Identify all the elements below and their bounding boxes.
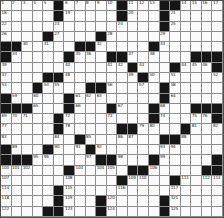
grid-cell[interactable]: 104 xyxy=(96,166,107,176)
grid-cell[interactable] xyxy=(128,104,139,114)
grid-cell[interactable] xyxy=(22,52,33,62)
grid-cell[interactable] xyxy=(22,124,33,134)
grid-cell[interactable]: 53 xyxy=(1,83,12,93)
grid-cell[interactable] xyxy=(96,124,107,134)
grid-cell[interactable]: 116 xyxy=(117,186,128,196)
grid-cell[interactable] xyxy=(86,63,97,73)
grid-cell[interactable]: 30 xyxy=(22,42,33,52)
grid-cell[interactable] xyxy=(43,22,54,32)
grid-cell[interactable] xyxy=(12,207,23,217)
grid-cell[interactable] xyxy=(128,32,139,42)
grid-cell[interactable] xyxy=(149,83,160,93)
grid-cell[interactable] xyxy=(64,32,75,42)
grid-cell[interactable] xyxy=(75,73,86,83)
grid-cell[interactable] xyxy=(181,42,192,52)
grid-cell[interactable]: 66 xyxy=(75,104,86,114)
grid-cell[interactable]: 17 xyxy=(212,1,223,11)
grid-cell[interactable] xyxy=(149,22,160,32)
grid-cell[interactable] xyxy=(33,145,44,155)
grid-cell[interactable] xyxy=(107,145,118,155)
grid-cell[interactable]: 19 xyxy=(64,11,75,21)
grid-cell[interactable] xyxy=(96,63,107,73)
grid-cell[interactable] xyxy=(160,124,171,134)
grid-cell[interactable] xyxy=(22,135,33,145)
grid-cell[interactable] xyxy=(181,207,192,217)
grid-cell[interactable] xyxy=(22,176,33,186)
grid-cell[interactable] xyxy=(138,155,149,165)
grid-cell[interactable]: 18 xyxy=(1,11,12,21)
grid-cell[interactable]: 2 xyxy=(12,1,23,11)
grid-cell[interactable] xyxy=(43,186,54,196)
grid-cell[interactable] xyxy=(107,186,118,196)
grid-cell[interactable]: 72 xyxy=(64,114,75,124)
grid-cell[interactable] xyxy=(107,135,118,145)
grid-cell[interactable]: 52 xyxy=(212,73,223,83)
grid-cell[interactable] xyxy=(128,83,139,93)
grid-cell[interactable] xyxy=(149,145,160,155)
grid-cell[interactable] xyxy=(117,83,128,93)
grid-cell[interactable] xyxy=(202,135,213,145)
grid-cell[interactable] xyxy=(12,135,23,145)
grid-cell[interactable]: 93 xyxy=(160,145,171,155)
grid-cell[interactable]: 94 xyxy=(170,145,181,155)
grid-cell[interactable]: 123 xyxy=(64,207,75,217)
grid-cell[interactable]: 26 xyxy=(1,32,12,42)
grid-cell[interactable] xyxy=(181,22,192,32)
grid-cell[interactable]: 46 xyxy=(202,63,213,73)
grid-cell[interactable] xyxy=(202,124,213,134)
grid-cell[interactable]: 40 xyxy=(64,63,75,73)
grid-cell[interactable] xyxy=(107,176,118,186)
grid-cell[interactable]: 20 xyxy=(128,11,139,21)
grid-cell[interactable] xyxy=(128,145,139,155)
grid-cell[interactable] xyxy=(33,73,44,83)
grid-cell[interactable] xyxy=(86,104,97,114)
grid-cell[interactable] xyxy=(54,63,65,73)
grid-cell[interactable]: 54 xyxy=(43,83,54,93)
grid-cell[interactable] xyxy=(33,207,44,217)
grid-cell[interactable]: 10 xyxy=(107,1,118,11)
grid-cell[interactable] xyxy=(22,63,33,73)
grid-cell[interactable] xyxy=(96,176,107,186)
grid-cell[interactable]: 122 xyxy=(1,207,12,217)
grid-cell[interactable] xyxy=(212,145,223,155)
grid-cell[interactable] xyxy=(96,73,107,83)
grid-cell[interactable] xyxy=(181,114,192,124)
grid-cell[interactable] xyxy=(202,145,213,155)
grid-cell[interactable] xyxy=(191,32,202,42)
grid-cell[interactable]: 27 xyxy=(54,32,65,42)
grid-cell[interactable]: 43 xyxy=(138,63,149,73)
grid-cell[interactable] xyxy=(86,196,97,206)
grid-cell[interactable] xyxy=(33,22,44,32)
grid-cell[interactable]: 82 xyxy=(212,124,223,134)
grid-cell[interactable] xyxy=(212,83,223,93)
grid-cell[interactable] xyxy=(181,155,192,165)
grid-cell[interactable] xyxy=(22,22,33,32)
grid-cell[interactable] xyxy=(202,94,213,104)
grid-cell[interactable] xyxy=(138,94,149,104)
grid-cell[interactable] xyxy=(64,145,75,155)
grid-cell[interactable]: 115 xyxy=(64,186,75,196)
grid-cell[interactable]: 5 xyxy=(43,1,54,11)
grid-cell[interactable] xyxy=(160,52,171,62)
grid-cell[interactable] xyxy=(191,73,202,83)
grid-cell[interactable] xyxy=(170,104,181,114)
grid-cell[interactable]: 100 xyxy=(1,166,12,176)
grid-cell[interactable]: 96 xyxy=(43,155,54,165)
grid-cell[interactable] xyxy=(54,104,65,114)
grid-cell[interactable] xyxy=(107,94,118,104)
grid-cell[interactable]: 86 xyxy=(117,135,128,145)
grid-cell[interactable] xyxy=(22,73,33,83)
grid-cell[interactable]: 89 xyxy=(12,145,23,155)
grid-cell[interactable]: 80 xyxy=(149,124,160,134)
grid-cell[interactable] xyxy=(117,145,128,155)
grid-cell[interactable] xyxy=(202,83,213,93)
grid-cell[interactable]: 106 xyxy=(149,166,160,176)
grid-cell[interactable] xyxy=(181,196,192,206)
grid-cell[interactable] xyxy=(191,135,202,145)
grid-cell[interactable]: 16 xyxy=(202,1,213,11)
grid-cell[interactable] xyxy=(22,83,33,93)
grid-cell[interactable] xyxy=(33,186,44,196)
grid-cell[interactable] xyxy=(160,166,171,176)
grid-cell[interactable] xyxy=(149,94,160,104)
grid-cell[interactable]: 8 xyxy=(86,1,97,11)
grid-cell[interactable]: 99 xyxy=(160,155,171,165)
grid-cell[interactable] xyxy=(191,42,202,52)
grid-cell[interactable] xyxy=(12,186,23,196)
grid-cell[interactable] xyxy=(96,186,107,196)
grid-cell[interactable] xyxy=(202,32,213,42)
grid-cell[interactable]: 22 xyxy=(1,22,12,32)
grid-cell[interactable] xyxy=(170,155,181,165)
grid-cell[interactable] xyxy=(181,104,192,114)
grid-cell[interactable] xyxy=(22,94,33,104)
grid-cell[interactable]: 61 xyxy=(75,94,86,104)
grid-cell[interactable]: 13 xyxy=(149,1,160,11)
grid-cell[interactable] xyxy=(128,114,139,124)
grid-cell[interactable]: 101 xyxy=(12,166,23,176)
grid-cell[interactable] xyxy=(86,186,97,196)
grid-cell[interactable]: 124 xyxy=(107,207,118,217)
grid-cell[interactable] xyxy=(202,186,213,196)
grid-cell[interactable] xyxy=(138,42,149,52)
grid-cell[interactable] xyxy=(54,155,65,165)
grid-cell[interactable] xyxy=(170,32,181,42)
grid-cell[interactable] xyxy=(43,63,54,73)
grid-cell[interactable] xyxy=(75,186,86,196)
grid-cell[interactable]: 58 xyxy=(170,83,181,93)
grid-cell[interactable]: 121 xyxy=(170,196,181,206)
grid-cell[interactable] xyxy=(128,196,139,206)
grid-cell[interactable]: 14 xyxy=(181,1,192,11)
grid-cell[interactable] xyxy=(107,11,118,21)
grid-cell[interactable] xyxy=(12,32,23,42)
grid-cell[interactable] xyxy=(12,22,23,32)
grid-cell[interactable] xyxy=(86,176,97,186)
grid-cell[interactable] xyxy=(181,145,192,155)
grid-cell[interactable]: 35 xyxy=(75,52,86,62)
grid-cell[interactable]: 69 xyxy=(1,114,12,124)
grid-cell[interactable] xyxy=(96,135,107,145)
grid-cell[interactable]: 41 xyxy=(107,63,118,73)
grid-cell[interactable] xyxy=(181,11,192,21)
grid-cell[interactable]: 108 xyxy=(64,176,75,186)
grid-cell[interactable]: 6 xyxy=(64,1,75,11)
grid-cell[interactable] xyxy=(22,32,33,42)
grid-cell[interactable]: 125 xyxy=(170,207,181,217)
grid-cell[interactable] xyxy=(170,124,181,134)
grid-cell[interactable] xyxy=(191,155,202,165)
grid-cell[interactable] xyxy=(181,166,192,176)
grid-cell[interactable] xyxy=(117,207,128,217)
grid-cell[interactable]: 78 xyxy=(64,124,75,134)
grid-cell[interactable]: 34 xyxy=(12,52,23,62)
grid-cell[interactable] xyxy=(86,22,97,32)
grid-cell[interactable]: 97 xyxy=(86,155,97,165)
grid-cell[interactable]: 83 xyxy=(1,135,12,145)
grid-cell[interactable]: 113 xyxy=(212,176,223,186)
grid-cell[interactable] xyxy=(138,186,149,196)
grid-cell[interactable] xyxy=(181,52,192,62)
grid-cell[interactable]: 7 xyxy=(75,1,86,11)
grid-cell[interactable] xyxy=(202,73,213,83)
grid-cell[interactable] xyxy=(33,135,44,145)
grid-cell[interactable] xyxy=(149,135,160,145)
grid-cell[interactable] xyxy=(191,176,202,186)
grid-cell[interactable] xyxy=(191,166,202,176)
grid-cell[interactable] xyxy=(12,73,23,83)
grid-cell[interactable]: 84 xyxy=(54,135,65,145)
grid-cell[interactable]: 42 xyxy=(117,63,128,73)
grid-cell[interactable] xyxy=(22,207,33,217)
grid-cell[interactable]: 103 xyxy=(75,166,86,176)
grid-cell[interactable]: 67 xyxy=(117,104,128,114)
grid-cell[interactable]: 119 xyxy=(64,196,75,206)
grid-cell[interactable]: 111 xyxy=(181,176,192,186)
grid-cell[interactable]: 107 xyxy=(1,176,12,186)
grid-cell[interactable] xyxy=(12,124,23,134)
grid-cell[interactable]: 39 xyxy=(1,63,12,73)
grid-cell[interactable] xyxy=(149,11,160,21)
grid-cell[interactable]: 74 xyxy=(160,114,171,124)
grid-cell[interactable] xyxy=(138,196,149,206)
grid-cell[interactable] xyxy=(33,52,44,62)
grid-cell[interactable]: 44 xyxy=(181,63,192,73)
grid-cell[interactable] xyxy=(170,114,181,124)
grid-cell[interactable] xyxy=(75,124,86,134)
grid-cell[interactable]: 57 xyxy=(138,83,149,93)
grid-cell[interactable]: 87 xyxy=(128,135,139,145)
grid-cell[interactable] xyxy=(191,196,202,206)
grid-cell[interactable]: 114 xyxy=(1,186,12,196)
grid-cell[interactable]: 102 xyxy=(22,166,33,176)
grid-cell[interactable]: 45 xyxy=(191,63,202,73)
grid-cell[interactable] xyxy=(117,196,128,206)
grid-cell[interactable] xyxy=(117,32,128,42)
grid-cell[interactable] xyxy=(212,186,223,196)
grid-cell[interactable]: 59 xyxy=(12,94,23,104)
grid-cell[interactable]: 50 xyxy=(149,73,160,83)
grid-cell[interactable] xyxy=(12,11,23,21)
grid-cell[interactable] xyxy=(75,196,86,206)
grid-cell[interactable]: 75 xyxy=(191,114,202,124)
grid-cell[interactable] xyxy=(96,11,107,21)
grid-cell[interactable] xyxy=(212,42,223,52)
grid-cell[interactable] xyxy=(138,52,149,62)
grid-cell[interactable] xyxy=(75,11,86,21)
grid-cell[interactable] xyxy=(160,176,171,186)
grid-cell[interactable]: 12 xyxy=(138,1,149,11)
grid-cell[interactable] xyxy=(33,63,44,73)
grid-cell[interactable]: 3 xyxy=(22,1,33,11)
grid-cell[interactable]: 88 xyxy=(181,135,192,145)
grid-cell[interactable] xyxy=(138,145,149,155)
grid-cell[interactable]: 85 xyxy=(86,135,97,145)
grid-cell[interactable] xyxy=(12,176,23,186)
grid-cell[interactable] xyxy=(33,32,44,42)
grid-cell[interactable] xyxy=(160,73,171,83)
grid-cell[interactable]: 95 xyxy=(33,155,44,165)
grid-cell[interactable] xyxy=(117,42,128,52)
grid-cell[interactable] xyxy=(160,186,171,196)
grid-cell[interactable] xyxy=(191,11,202,21)
grid-cell[interactable] xyxy=(86,11,97,21)
grid-cell[interactable]: 65 xyxy=(33,104,44,114)
grid-cell[interactable]: 110 xyxy=(138,176,149,186)
grid-cell[interactable]: 11 xyxy=(128,1,139,11)
grid-cell[interactable] xyxy=(64,155,75,165)
grid-cell[interactable]: 23 xyxy=(54,22,65,32)
grid-cell[interactable]: 49 xyxy=(128,73,139,83)
grid-cell[interactable]: 91 xyxy=(75,145,86,155)
grid-cell[interactable] xyxy=(86,207,97,217)
grid-cell[interactable]: 60 xyxy=(33,94,44,104)
grid-cell[interactable] xyxy=(170,42,181,52)
grid-cell[interactable] xyxy=(149,32,160,42)
grid-cell[interactable]: 98 xyxy=(117,155,128,165)
grid-cell[interactable] xyxy=(149,186,160,196)
grid-cell[interactable] xyxy=(22,11,33,21)
grid-cell[interactable] xyxy=(96,104,107,114)
grid-cell[interactable] xyxy=(191,83,202,93)
grid-cell[interactable] xyxy=(96,114,107,124)
grid-cell[interactable] xyxy=(33,196,44,206)
grid-cell[interactable] xyxy=(212,135,223,145)
grid-cell[interactable] xyxy=(107,22,118,32)
grid-cell[interactable] xyxy=(128,186,139,196)
grid-cell[interactable] xyxy=(202,42,213,52)
grid-cell[interactable] xyxy=(138,207,149,217)
grid-cell[interactable] xyxy=(75,114,86,124)
grid-cell[interactable] xyxy=(191,186,202,196)
grid-cell[interactable]: 31 xyxy=(43,42,54,52)
grid-cell[interactable] xyxy=(64,135,75,145)
grid-cell[interactable]: 51 xyxy=(170,73,181,83)
grid-cell[interactable] xyxy=(33,124,44,134)
grid-cell[interactable] xyxy=(12,63,23,73)
grid-cell[interactable]: 68 xyxy=(160,104,171,114)
grid-cell[interactable] xyxy=(212,32,223,42)
grid-cell[interactable] xyxy=(138,32,149,42)
grid-cell[interactable]: 81 xyxy=(191,124,202,134)
grid-cell[interactable]: 62 xyxy=(86,94,97,104)
grid-cell[interactable] xyxy=(212,196,223,206)
grid-cell[interactable] xyxy=(43,196,54,206)
grid-cell[interactable] xyxy=(33,166,44,176)
grid-cell[interactable] xyxy=(212,11,223,21)
grid-cell[interactable]: 24 xyxy=(117,22,128,32)
grid-cell[interactable] xyxy=(202,196,213,206)
grid-cell[interactable] xyxy=(181,83,192,93)
grid-cell[interactable] xyxy=(75,22,86,32)
grid-cell[interactable] xyxy=(22,196,33,206)
grid-cell[interactable] xyxy=(202,22,213,32)
grid-cell[interactable] xyxy=(43,176,54,186)
grid-cell[interactable] xyxy=(117,73,128,83)
grid-cell[interactable] xyxy=(212,94,223,104)
grid-cell[interactable]: 36 xyxy=(86,52,97,62)
grid-cell[interactable]: 32 xyxy=(96,42,107,52)
grid-cell[interactable]: 28 xyxy=(107,32,118,42)
grid-cell[interactable] xyxy=(191,207,202,217)
grid-cell[interactable] xyxy=(160,63,171,73)
grid-cell[interactable]: 76 xyxy=(202,114,213,124)
grid-cell[interactable] xyxy=(149,176,160,186)
grid-cell[interactable] xyxy=(128,155,139,165)
grid-cell[interactable] xyxy=(191,145,202,155)
grid-cell[interactable] xyxy=(75,83,86,93)
grid-cell[interactable]: 118 xyxy=(1,196,12,206)
grid-cell[interactable] xyxy=(75,155,86,165)
grid-cell[interactable]: 25 xyxy=(170,22,181,32)
grid-cell[interactable] xyxy=(22,145,33,155)
grid-cell[interactable] xyxy=(170,166,181,176)
grid-cell[interactable]: 56 xyxy=(107,83,118,93)
grid-cell[interactable]: 70 xyxy=(12,114,23,124)
grid-cell[interactable] xyxy=(75,176,86,186)
grid-cell[interactable] xyxy=(54,166,65,176)
grid-cell[interactable]: 112 xyxy=(202,176,213,186)
grid-cell[interactable]: 29 xyxy=(160,32,171,42)
grid-cell[interactable] xyxy=(181,94,192,104)
grid-cell[interactable]: 117 xyxy=(170,186,181,196)
grid-cell[interactable] xyxy=(191,22,202,32)
grid-cell[interactable] xyxy=(86,114,97,124)
grid-cell[interactable] xyxy=(107,73,118,83)
grid-cell[interactable] xyxy=(202,11,213,21)
grid-cell[interactable]: 33 xyxy=(160,42,171,52)
grid-cell[interactable] xyxy=(96,52,107,62)
grid-cell[interactable] xyxy=(64,22,75,32)
grid-cell[interactable] xyxy=(54,176,65,186)
grid-cell[interactable] xyxy=(128,22,139,32)
grid-cell[interactable] xyxy=(149,63,160,73)
grid-cell[interactable] xyxy=(107,124,118,134)
grid-cell[interactable] xyxy=(86,166,97,176)
grid-cell[interactable] xyxy=(75,63,86,73)
grid-cell[interactable] xyxy=(149,207,160,217)
grid-cell[interactable]: 73 xyxy=(107,114,118,124)
grid-cell[interactable]: 47 xyxy=(1,73,12,83)
grid-cell[interactable] xyxy=(12,196,23,206)
grid-cell[interactable] xyxy=(43,52,54,62)
grid-cell[interactable] xyxy=(117,94,128,104)
grid-cell[interactable] xyxy=(191,94,202,104)
grid-cell[interactable]: 105 xyxy=(107,166,118,176)
